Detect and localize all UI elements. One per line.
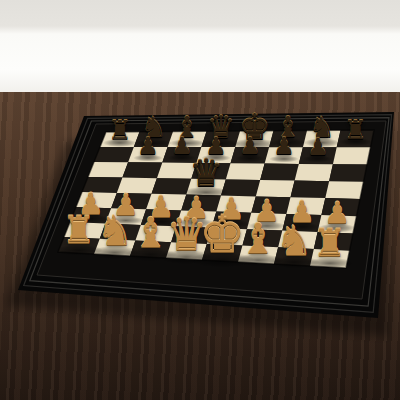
photo-scene: ♜♞♝♛♚♝♞♜♟♟♟♟♟♟♛♟♟♟♟♟♟♟♟♜♞♝♛♚♝♞♜ (0, 0, 400, 400)
chess-board (0, 0, 400, 400)
